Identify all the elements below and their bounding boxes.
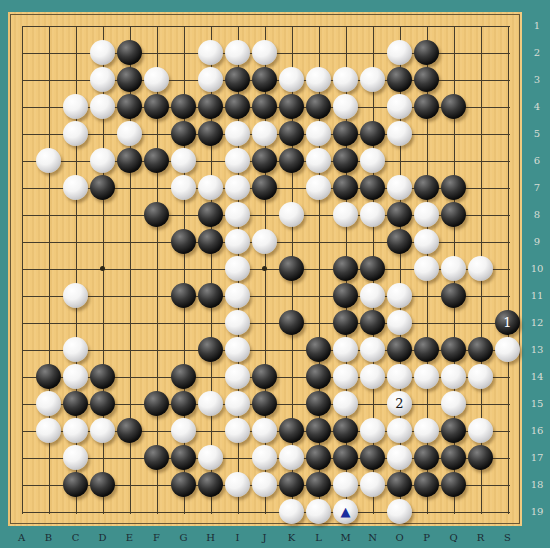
black-stone-L17[interactable] <box>306 445 331 470</box>
row-label-3: 3 <box>526 73 548 87</box>
white-stone-O16[interactable] <box>387 418 412 443</box>
column-label-K: K <box>283 530 301 544</box>
white-stone-P10[interactable] <box>414 256 439 281</box>
white-stone-P9[interactable] <box>414 229 439 254</box>
white-stone-O5[interactable] <box>387 121 412 146</box>
row-label-6: 6 <box>526 154 548 168</box>
column-label-G: G <box>175 530 193 544</box>
white-stone-J5[interactable] <box>252 121 277 146</box>
black-stone-R13[interactable] <box>468 337 493 362</box>
white-stone-L3[interactable] <box>306 67 331 92</box>
black-stone-M16[interactable] <box>333 418 358 443</box>
white-stone-M15[interactable] <box>333 391 358 416</box>
black-stone-P18[interactable] <box>414 472 439 497</box>
black-stone-M6[interactable] <box>333 148 358 173</box>
black-stone-H8[interactable] <box>198 202 223 227</box>
black-stone-C18[interactable] <box>63 472 88 497</box>
white-stone-G7[interactable] <box>171 175 196 200</box>
white-stone-Q15[interactable] <box>441 391 466 416</box>
white-stone-P8[interactable] <box>414 202 439 227</box>
black-stone-K4[interactable] <box>279 94 304 119</box>
column-label-L: L <box>310 530 328 544</box>
white-stone-C4[interactable] <box>63 94 88 119</box>
white-stone-I9[interactable] <box>225 229 250 254</box>
black-stone-S12[interactable]: 1 <box>495 310 520 335</box>
black-stone-H13[interactable] <box>198 337 223 362</box>
go-board[interactable]: 12▲ <box>8 12 522 526</box>
white-stone-D4[interactable] <box>90 94 115 119</box>
black-stone-Q16[interactable] <box>441 418 466 443</box>
black-stone-L13[interactable] <box>306 337 331 362</box>
white-stone-D16[interactable] <box>90 418 115 443</box>
black-stone-F4[interactable] <box>144 94 169 119</box>
teal-frame: 12▲ ABCDEFGHIJKLMNOPQRS12345678910111213… <box>0 0 550 548</box>
black-stone-K16[interactable] <box>279 418 304 443</box>
white-stone-F3[interactable] <box>144 67 169 92</box>
white-stone-S13[interactable] <box>495 337 520 362</box>
black-stone-P4[interactable] <box>414 94 439 119</box>
white-stone-N14[interactable] <box>360 364 385 389</box>
black-stone-O18[interactable] <box>387 472 412 497</box>
black-stone-N17[interactable] <box>360 445 385 470</box>
white-stone-L6[interactable] <box>306 148 331 173</box>
row-label-15: 15 <box>526 397 548 411</box>
white-stone-Q10[interactable] <box>441 256 466 281</box>
black-stone-E3[interactable] <box>117 67 142 92</box>
black-stone-H4[interactable] <box>198 94 223 119</box>
white-stone-D2[interactable] <box>90 40 115 65</box>
black-stone-K5[interactable] <box>279 121 304 146</box>
row-label-12: 12 <box>526 316 548 330</box>
white-stone-I2[interactable] <box>225 40 250 65</box>
black-stone-H5[interactable] <box>198 121 223 146</box>
black-stone-L15[interactable] <box>306 391 331 416</box>
black-stone-P7[interactable] <box>414 175 439 200</box>
hoshi-point <box>262 266 267 271</box>
triangle-marker: ▲ <box>341 505 351 518</box>
white-stone-N8[interactable] <box>360 202 385 227</box>
white-stone-J16[interactable] <box>252 418 277 443</box>
black-stone-K12[interactable] <box>279 310 304 335</box>
row-label-19: 19 <box>526 505 548 519</box>
white-stone-I18[interactable] <box>225 472 250 497</box>
black-stone-M10[interactable] <box>333 256 358 281</box>
column-label-F: F <box>148 530 166 544</box>
row-label-1: 1 <box>526 19 548 33</box>
black-stone-J3[interactable] <box>252 67 277 92</box>
white-stone-N11[interactable] <box>360 283 385 308</box>
black-stone-F15[interactable] <box>144 391 169 416</box>
column-label-P: P <box>418 530 436 544</box>
black-stone-Q17[interactable] <box>441 445 466 470</box>
row-label-13: 13 <box>526 343 548 357</box>
white-stone-R10[interactable] <box>468 256 493 281</box>
black-stone-F6[interactable] <box>144 148 169 173</box>
white-stone-I12[interactable] <box>225 310 250 335</box>
row-label-2: 2 <box>526 46 548 60</box>
white-stone-J9[interactable] <box>252 229 277 254</box>
white-stone-C13[interactable] <box>63 337 88 362</box>
black-stone-D14[interactable] <box>90 364 115 389</box>
black-stone-E6[interactable] <box>117 148 142 173</box>
black-stone-G17[interactable] <box>171 445 196 470</box>
black-stone-Q7[interactable] <box>441 175 466 200</box>
black-stone-M7[interactable] <box>333 175 358 200</box>
column-label-Q: Q <box>445 530 463 544</box>
black-stone-I3[interactable] <box>225 67 250 92</box>
white-stone-I11[interactable] <box>225 283 250 308</box>
black-stone-E16[interactable] <box>117 418 142 443</box>
black-stone-O3[interactable] <box>387 67 412 92</box>
black-stone-L4[interactable] <box>306 94 331 119</box>
move-number-label: 1 <box>503 316 511 329</box>
black-stone-J15[interactable] <box>252 391 277 416</box>
black-stone-G4[interactable] <box>171 94 196 119</box>
white-stone-C16[interactable] <box>63 418 88 443</box>
hoshi-point <box>100 266 105 271</box>
move-number-label: 2 <box>395 397 403 410</box>
white-stone-D6[interactable] <box>90 148 115 173</box>
black-stone-F8[interactable] <box>144 202 169 227</box>
black-stone-P13[interactable] <box>414 337 439 362</box>
black-stone-C15[interactable] <box>63 391 88 416</box>
row-label-18: 18 <box>526 478 548 492</box>
black-stone-G9[interactable] <box>171 229 196 254</box>
column-label-D: D <box>94 530 112 544</box>
black-stone-M5[interactable] <box>333 121 358 146</box>
white-stone-K3[interactable] <box>279 67 304 92</box>
column-label-H: H <box>202 530 220 544</box>
black-stone-J14[interactable] <box>252 364 277 389</box>
black-stone-N5[interactable] <box>360 121 385 146</box>
black-stone-B14[interactable] <box>36 364 61 389</box>
black-stone-H11[interactable] <box>198 283 223 308</box>
black-stone-F17[interactable] <box>144 445 169 470</box>
white-stone-M8[interactable] <box>333 202 358 227</box>
white-stone-M19[interactable]: ▲ <box>333 499 358 524</box>
black-stone-Q13[interactable] <box>441 337 466 362</box>
white-stone-L19[interactable] <box>306 499 331 524</box>
black-stone-N10[interactable] <box>360 256 385 281</box>
white-stone-B16[interactable] <box>36 418 61 443</box>
row-label-9: 9 <box>526 235 548 249</box>
black-stone-G18[interactable] <box>171 472 196 497</box>
white-stone-O7[interactable] <box>387 175 412 200</box>
row-label-11: 11 <box>526 289 548 303</box>
black-stone-M12[interactable] <box>333 310 358 335</box>
black-stone-O9[interactable] <box>387 229 412 254</box>
white-stone-O12[interactable] <box>387 310 412 335</box>
white-stone-M3[interactable] <box>333 67 358 92</box>
black-stone-M17[interactable] <box>333 445 358 470</box>
white-stone-M18[interactable] <box>333 472 358 497</box>
white-stone-N3[interactable] <box>360 67 385 92</box>
white-stone-O11[interactable] <box>387 283 412 308</box>
black-stone-O8[interactable] <box>387 202 412 227</box>
row-label-8: 8 <box>526 208 548 222</box>
black-stone-N12[interactable] <box>360 310 385 335</box>
white-stone-B15[interactable] <box>36 391 61 416</box>
white-stone-I16[interactable] <box>225 418 250 443</box>
white-stone-C11[interactable] <box>63 283 88 308</box>
white-stone-M4[interactable] <box>333 94 358 119</box>
white-stone-N18[interactable] <box>360 472 385 497</box>
white-stone-M14[interactable] <box>333 364 358 389</box>
column-label-I: I <box>229 530 247 544</box>
column-label-R: R <box>472 530 490 544</box>
black-stone-N7[interactable] <box>360 175 385 200</box>
black-stone-G14[interactable] <box>171 364 196 389</box>
white-stone-P16[interactable] <box>414 418 439 443</box>
white-stone-I10[interactable] <box>225 256 250 281</box>
row-label-16: 16 <box>526 424 548 438</box>
row-label-14: 14 <box>526 370 548 384</box>
white-stone-H7[interactable] <box>198 175 223 200</box>
black-stone-J6[interactable] <box>252 148 277 173</box>
white-stone-L5[interactable] <box>306 121 331 146</box>
white-stone-D3[interactable] <box>90 67 115 92</box>
black-stone-J4[interactable] <box>252 94 277 119</box>
white-stone-N16[interactable] <box>360 418 385 443</box>
white-stone-L7[interactable] <box>306 175 331 200</box>
black-stone-G11[interactable] <box>171 283 196 308</box>
black-stone-D7[interactable] <box>90 175 115 200</box>
black-stone-L18[interactable] <box>306 472 331 497</box>
white-stone-O14[interactable] <box>387 364 412 389</box>
black-stone-R17[interactable] <box>468 445 493 470</box>
black-stone-G15[interactable] <box>171 391 196 416</box>
white-stone-C5[interactable] <box>63 121 88 146</box>
white-stone-R16[interactable] <box>468 418 493 443</box>
white-stone-H3[interactable] <box>198 67 223 92</box>
white-stone-J17[interactable] <box>252 445 277 470</box>
white-stone-R14[interactable] <box>468 364 493 389</box>
white-stone-I13[interactable] <box>225 337 250 362</box>
black-stone-D15[interactable] <box>90 391 115 416</box>
white-stone-C17[interactable] <box>63 445 88 470</box>
column-label-J: J <box>256 530 274 544</box>
white-stone-B6[interactable] <box>36 148 61 173</box>
white-stone-G6[interactable] <box>171 148 196 173</box>
column-label-O: O <box>391 530 409 544</box>
white-stone-K8[interactable] <box>279 202 304 227</box>
white-stone-I8[interactable] <box>225 202 250 227</box>
black-stone-P3[interactable] <box>414 67 439 92</box>
column-label-M: M <box>337 530 355 544</box>
column-label-B: B <box>40 530 58 544</box>
black-stone-L16[interactable] <box>306 418 331 443</box>
black-stone-D18[interactable] <box>90 472 115 497</box>
column-label-S: S <box>499 530 517 544</box>
white-stone-I7[interactable] <box>225 175 250 200</box>
white-stone-K17[interactable] <box>279 445 304 470</box>
column-label-E: E <box>121 530 139 544</box>
black-stone-E2[interactable] <box>117 40 142 65</box>
black-stone-J7[interactable] <box>252 175 277 200</box>
black-stone-E4[interactable] <box>117 94 142 119</box>
white-stone-I6[interactable] <box>225 148 250 173</box>
black-stone-K18[interactable] <box>279 472 304 497</box>
row-label-5: 5 <box>526 127 548 141</box>
white-stone-H2[interactable] <box>198 40 223 65</box>
white-stone-C7[interactable] <box>63 175 88 200</box>
white-stone-K19[interactable] <box>279 499 304 524</box>
black-stone-K10[interactable] <box>279 256 304 281</box>
white-stone-E5[interactable] <box>117 121 142 146</box>
black-stone-G5[interactable] <box>171 121 196 146</box>
white-stone-G16[interactable] <box>171 418 196 443</box>
white-stone-O19[interactable] <box>387 499 412 524</box>
black-stone-K6[interactable] <box>279 148 304 173</box>
black-stone-L14[interactable] <box>306 364 331 389</box>
row-label-7: 7 <box>526 181 548 195</box>
white-stone-O15[interactable]: 2 <box>387 391 412 416</box>
black-stone-Q11[interactable] <box>441 283 466 308</box>
white-stone-I14[interactable] <box>225 364 250 389</box>
black-stone-H9[interactable] <box>198 229 223 254</box>
white-stone-H15[interactable] <box>198 391 223 416</box>
row-label-10: 10 <box>526 262 548 276</box>
white-stone-Q14[interactable] <box>441 364 466 389</box>
black-stone-H18[interactable] <box>198 472 223 497</box>
row-label-4: 4 <box>526 100 548 114</box>
column-label-C: C <box>67 530 85 544</box>
white-stone-I15[interactable] <box>225 391 250 416</box>
column-label-A: A <box>13 530 31 544</box>
white-stone-J18[interactable] <box>252 472 277 497</box>
white-stone-N6[interactable] <box>360 148 385 173</box>
white-stone-H17[interactable] <box>198 445 223 470</box>
white-stone-O17[interactable] <box>387 445 412 470</box>
black-stone-Q4[interactable] <box>441 94 466 119</box>
row-label-17: 17 <box>526 451 548 465</box>
black-stone-P2[interactable] <box>414 40 439 65</box>
white-stone-J2[interactable] <box>252 40 277 65</box>
white-stone-O4[interactable] <box>387 94 412 119</box>
black-stone-Q8[interactable] <box>441 202 466 227</box>
white-stone-O2[interactable] <box>387 40 412 65</box>
white-stone-M13[interactable] <box>333 337 358 362</box>
black-stone-O13[interactable] <box>387 337 412 362</box>
column-label-N: N <box>364 530 382 544</box>
white-stone-C14[interactable] <box>63 364 88 389</box>
black-stone-M11[interactable] <box>333 283 358 308</box>
white-stone-N13[interactable] <box>360 337 385 362</box>
white-stone-I5[interactable] <box>225 121 250 146</box>
black-stone-P17[interactable] <box>414 445 439 470</box>
white-stone-P14[interactable] <box>414 364 439 389</box>
black-stone-Q18[interactable] <box>441 472 466 497</box>
black-stone-I4[interactable] <box>225 94 250 119</box>
